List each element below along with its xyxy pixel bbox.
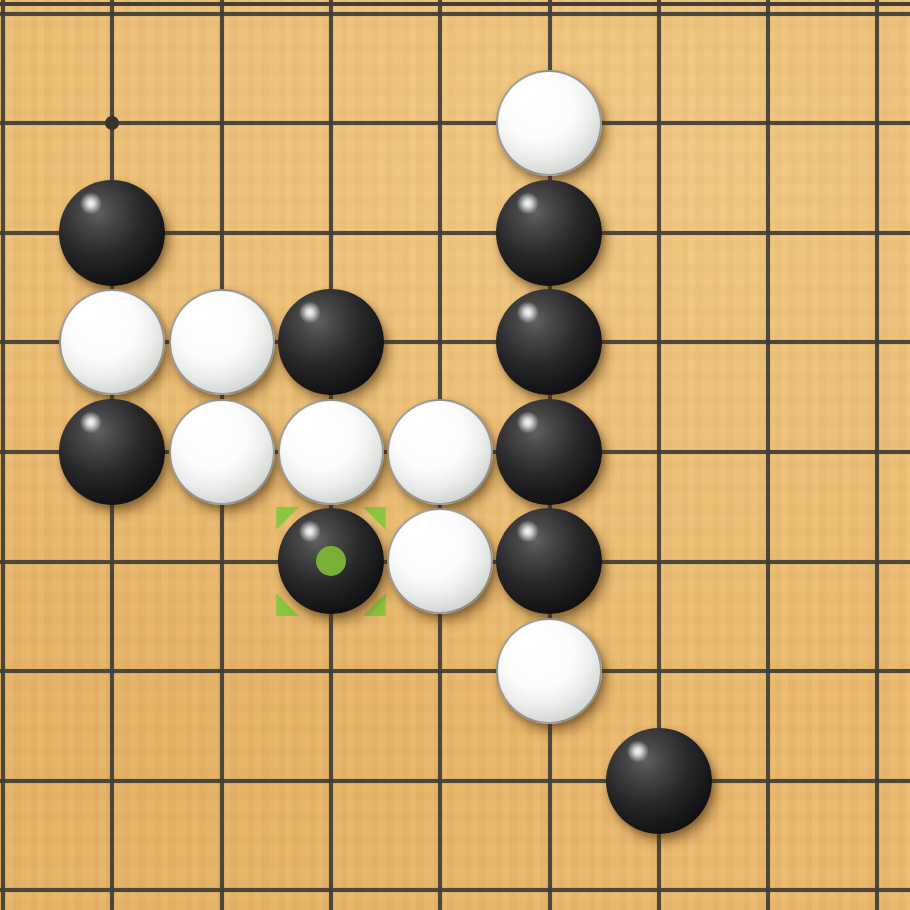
intersection-c2-r7[interactable]: [167, 726, 276, 836]
black-stone[interactable]: [278, 289, 384, 395]
intersection-c3-r2[interactable]: [276, 178, 385, 288]
intersection-c8-r3[interactable]: [823, 287, 910, 397]
intersection-c8-r2[interactable]: [823, 178, 910, 288]
intersection-c1-r5[interactable]: [58, 507, 167, 617]
intersection-c8-r0[interactable]: [823, 0, 910, 68]
black-stone[interactable]: [496, 508, 602, 614]
white-stone[interactable]: [169, 289, 275, 395]
intersection-c1-r7[interactable]: [58, 726, 167, 836]
intersection-c4-r8[interactable]: [386, 835, 495, 910]
intersection-c5-r7[interactable]: [495, 726, 604, 836]
intersection-c6-r8[interactable]: [604, 835, 713, 910]
intersection-c2-r2[interactable]: [167, 178, 276, 288]
intersection-c0-r0[interactable]: [0, 0, 58, 68]
intersection-c6-r1[interactable]: [604, 68, 713, 178]
intersection-c6-r2[interactable]: [604, 178, 713, 288]
intersection-c7-r1[interactable]: [713, 68, 822, 178]
intersection-c1-r0[interactable]: [58, 0, 167, 68]
intersection-c7-r5[interactable]: [713, 507, 822, 617]
intersection-c3-r0[interactable]: [276, 0, 385, 68]
intersection-c5-r1[interactable]: [495, 68, 604, 178]
intersection-c3-r6[interactable]: [276, 616, 385, 726]
intersection-c2-r6[interactable]: [167, 616, 276, 726]
intersection-c0-r8[interactable]: [0, 835, 58, 910]
intersection-c1-r1[interactable]: [58, 68, 167, 178]
intersection-c7-r4[interactable]: [713, 397, 822, 507]
intersection-c2-r8[interactable]: [167, 835, 276, 910]
intersection-c0-r1[interactable]: [0, 68, 58, 178]
white-stone[interactable]: [496, 618, 602, 724]
intersection-c5-r6[interactable]: [495, 616, 604, 726]
intersection-c5-r4[interactable]: [495, 397, 604, 507]
intersection-c0-r7[interactable]: [0, 726, 58, 836]
intersection-c0-r6[interactable]: [0, 616, 58, 726]
black-stone[interactable]: [496, 180, 602, 286]
go-board[interactable]: [0, 0, 910, 910]
intersection-c1-r4[interactable]: [58, 397, 167, 507]
black-stone[interactable]: [606, 728, 712, 834]
board-grid: [0, 0, 910, 910]
intersection-c1-r3[interactable]: [58, 287, 167, 397]
black-stone[interactable]: [496, 399, 602, 505]
intersection-c8-r1[interactable]: [823, 68, 910, 178]
black-stone[interactable]: [59, 180, 165, 286]
intersection-c5-r8[interactable]: [495, 835, 604, 910]
intersection-c8-r4[interactable]: [823, 397, 910, 507]
intersection-c8-r7[interactable]: [823, 726, 910, 836]
intersection-c4-r5[interactable]: [386, 507, 495, 617]
white-stone[interactable]: [496, 70, 602, 176]
intersection-c0-r5[interactable]: [0, 507, 58, 617]
white-stone[interactable]: [169, 399, 275, 505]
intersection-c1-r6[interactable]: [58, 616, 167, 726]
intersection-c6-r3[interactable]: [604, 287, 713, 397]
intersection-c7-r3[interactable]: [713, 287, 822, 397]
white-stone[interactable]: [59, 289, 165, 395]
intersection-c5-r0[interactable]: [495, 0, 604, 68]
intersection-c5-r3[interactable]: [495, 287, 604, 397]
intersection-c6-r7[interactable]: [604, 726, 713, 836]
intersection-c4-r4[interactable]: [386, 397, 495, 507]
intersection-c6-r4[interactable]: [604, 397, 713, 507]
intersection-c5-r2[interactable]: [495, 178, 604, 288]
intersection-c5-r5[interactable]: [495, 507, 604, 617]
intersection-c7-r7[interactable]: [713, 726, 822, 836]
intersection-c0-r3[interactable]: [0, 287, 58, 397]
intersection-c2-r3[interactable]: [167, 287, 276, 397]
intersection-c7-r2[interactable]: [713, 178, 822, 288]
intersection-c1-r8[interactable]: [58, 835, 167, 910]
intersection-c0-r4[interactable]: [0, 397, 58, 507]
intersection-c3-r3[interactable]: [276, 287, 385, 397]
black-stone[interactable]: [496, 289, 602, 395]
intersection-c3-r4[interactable]: [276, 397, 385, 507]
intersection-c7-r0[interactable]: [713, 0, 822, 68]
intersection-c6-r0[interactable]: [604, 0, 713, 68]
intersection-c4-r7[interactable]: [386, 726, 495, 836]
intersection-c8-r8[interactable]: [823, 835, 910, 910]
intersection-c2-r5[interactable]: [167, 507, 276, 617]
intersection-c7-r6[interactable]: [713, 616, 822, 726]
intersection-c3-r1[interactable]: [276, 68, 385, 178]
intersection-c8-r6[interactable]: [823, 616, 910, 726]
intersection-c4-r0[interactable]: [386, 0, 495, 68]
intersection-c3-r8[interactable]: [276, 835, 385, 910]
white-stone[interactable]: [278, 399, 384, 505]
intersection-c8-r5[interactable]: [823, 507, 910, 617]
intersection-c7-r8[interactable]: [713, 835, 822, 910]
intersection-c1-r2[interactable]: [58, 178, 167, 288]
intersection-c2-r1[interactable]: [167, 68, 276, 178]
intersection-c2-r4[interactable]: [167, 397, 276, 507]
intersection-c0-r2[interactable]: [0, 178, 58, 288]
intersection-c2-r0[interactable]: [167, 0, 276, 68]
black-stone[interactable]: [59, 399, 165, 505]
intersection-c6-r5[interactable]: [604, 507, 713, 617]
intersection-c4-r2[interactable]: [386, 178, 495, 288]
intersection-c3-r5[interactable]: [276, 507, 385, 617]
intersection-c6-r6[interactable]: [604, 616, 713, 726]
intersection-c4-r3[interactable]: [386, 287, 495, 397]
intersection-c3-r7[interactable]: [276, 726, 385, 836]
white-stone[interactable]: [387, 399, 493, 505]
intersection-c4-r1[interactable]: [386, 68, 495, 178]
white-stone[interactable]: [387, 508, 493, 614]
intersection-c4-r6[interactable]: [386, 616, 495, 726]
